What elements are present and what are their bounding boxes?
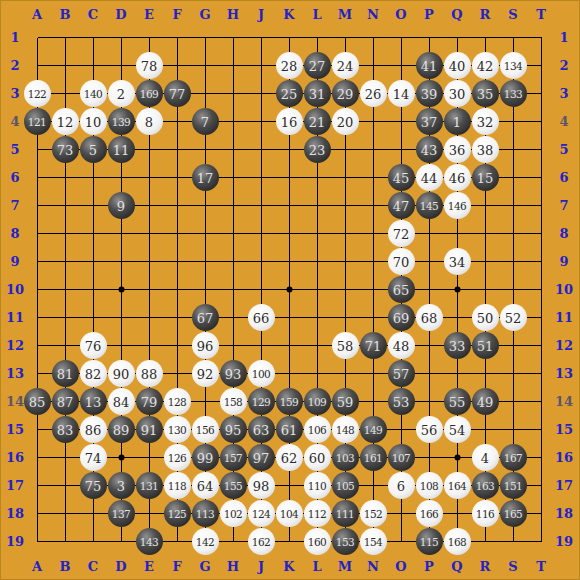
stone-white-M12: 58 — [332, 332, 359, 359]
move-number: 35 — [477, 87, 494, 100]
col-label-bottom-P: P — [415, 553, 443, 579]
stone-white-Q19: 168 — [444, 528, 471, 555]
move-number: 116 — [476, 508, 495, 519]
move-number: 25 — [281, 87, 298, 100]
stone-black-H13: 93 — [220, 360, 247, 387]
row-label-right-10: 10 — [550, 275, 578, 303]
move-number: 57 — [393, 367, 410, 380]
stone-black-K14: 159 — [276, 388, 303, 415]
stone-black-J14: 129 — [248, 388, 275, 415]
col-label-top-H: H — [219, 1, 247, 27]
stone-white-C13: 82 — [80, 360, 107, 387]
move-number: 58 — [337, 339, 354, 352]
stone-white-P15: 56 — [416, 416, 443, 443]
move-number: 133 — [504, 88, 523, 99]
move-number: 168 — [448, 536, 467, 547]
stone-black-D18: 137 — [108, 500, 135, 527]
stone-black-B14: 87 — [52, 388, 79, 415]
stone-white-S2: 134 — [500, 52, 527, 79]
stone-black-M19: 153 — [332, 528, 359, 555]
move-number: 30 — [449, 87, 466, 100]
stone-black-H16: 157 — [220, 444, 247, 471]
move-number: 39 — [421, 87, 438, 100]
col-label-bottom-K: K — [275, 553, 303, 579]
stone-white-K2: 28 — [276, 52, 303, 79]
stone-white-F17: 118 — [164, 472, 191, 499]
stone-black-Q14: 55 — [444, 388, 471, 415]
stone-white-Q15: 54 — [444, 416, 471, 443]
move-number: 46 — [449, 171, 466, 184]
col-label-bottom-F: F — [163, 553, 191, 579]
move-number: 84 — [113, 395, 130, 408]
col-label-bottom-J: J — [247, 553, 275, 579]
move-number: 71 — [365, 339, 382, 352]
move-number: 134 — [504, 60, 523, 71]
move-number: 121 — [28, 116, 47, 127]
move-number: 149 — [364, 424, 383, 435]
move-number: 106 — [308, 424, 327, 435]
row-label-right-16: 16 — [550, 443, 578, 471]
move-number: 54 — [449, 423, 466, 436]
stone-white-B4: 12 — [52, 108, 79, 135]
stone-white-D3: 2 — [108, 80, 135, 107]
stone-white-F16: 126 — [164, 444, 191, 471]
move-number: 107 — [392, 452, 411, 463]
stone-black-R14: 49 — [472, 388, 499, 415]
move-number: 64 — [197, 479, 214, 492]
col-label-top-O: O — [387, 1, 415, 27]
stone-black-E19: 143 — [136, 528, 163, 555]
move-number: 12 — [57, 115, 74, 128]
move-number: 165 — [504, 508, 523, 519]
stone-white-O3: 14 — [388, 80, 415, 107]
stone-black-Q4: 1 — [444, 108, 471, 135]
move-number: 81 — [57, 367, 74, 380]
move-number: 69 — [393, 311, 410, 324]
stone-black-D15: 89 — [108, 416, 135, 443]
move-number: 70 — [393, 255, 410, 268]
stone-black-B13: 81 — [52, 360, 79, 387]
stone-black-O6: 45 — [388, 164, 415, 191]
col-label-bottom-D: D — [107, 553, 135, 579]
stone-black-P5: 43 — [416, 136, 443, 163]
move-number: 74 — [85, 451, 102, 464]
stone-white-J19: 162 — [248, 528, 275, 555]
move-number: 129 — [252, 396, 271, 407]
stone-black-G18: 113 — [192, 500, 219, 527]
move-number: 28 — [281, 59, 298, 72]
stone-white-R2: 42 — [472, 52, 499, 79]
stone-white-Q7: 146 — [444, 192, 471, 219]
move-number: 137 — [112, 508, 131, 519]
stone-white-M2: 24 — [332, 52, 359, 79]
stone-white-J13: 100 — [248, 360, 275, 387]
stone-black-L14: 109 — [304, 388, 331, 415]
stone-black-M17: 105 — [332, 472, 359, 499]
move-number: 96 — [197, 339, 214, 352]
stone-black-B5: 73 — [52, 136, 79, 163]
col-label-bottom-L: L — [303, 553, 331, 579]
move-number: 48 — [393, 339, 410, 352]
move-number: 56 — [421, 423, 438, 436]
move-number: 97 — [253, 451, 270, 464]
stone-white-O12: 48 — [388, 332, 415, 359]
stone-white-R5: 38 — [472, 136, 499, 163]
move-number: 105 — [336, 480, 355, 491]
col-label-top-C: C — [79, 1, 107, 27]
stone-white-L19: 160 — [304, 528, 331, 555]
stone-black-M3: 29 — [332, 80, 359, 107]
stone-white-Q3: 30 — [444, 80, 471, 107]
stone-white-R4: 32 — [472, 108, 499, 135]
move-number: 34 — [449, 255, 466, 268]
stone-black-R3: 35 — [472, 80, 499, 107]
stone-black-P7: 145 — [416, 192, 443, 219]
col-label-top-J: J — [247, 1, 275, 27]
row-label-right-12: 12 — [550, 331, 578, 359]
stone-white-Q2: 40 — [444, 52, 471, 79]
col-label-bottom-N: N — [359, 553, 387, 579]
star-point-D16 — [119, 455, 125, 461]
move-number: 72 — [393, 227, 410, 240]
move-number: 139 — [112, 116, 131, 127]
stone-black-R6: 15 — [472, 164, 499, 191]
move-number: 85 — [29, 395, 46, 408]
move-number: 118 — [168, 480, 187, 491]
col-label-bottom-C: C — [79, 553, 107, 579]
stone-white-Q17: 164 — [444, 472, 471, 499]
stone-black-G6: 17 — [192, 164, 219, 191]
stone-black-O7: 47 — [388, 192, 415, 219]
move-number: 40 — [449, 59, 466, 72]
move-number: 143 — [140, 536, 159, 547]
move-number: 49 — [477, 395, 494, 408]
move-number: 20 — [337, 115, 354, 128]
row-label-left-17: 17 — [1, 471, 29, 499]
col-label-top-G: G — [191, 1, 219, 27]
col-label-top-P: P — [415, 1, 443, 27]
move-number: 26 — [365, 87, 382, 100]
stone-black-B15: 83 — [52, 416, 79, 443]
row-label-right-9: 9 — [550, 247, 578, 275]
row-label-left-10: 10 — [1, 275, 29, 303]
stone-black-N12: 71 — [360, 332, 387, 359]
stone-white-Q6: 46 — [444, 164, 471, 191]
move-number: 109 — [308, 396, 327, 407]
move-number: 61 — [281, 423, 298, 436]
move-number: 160 — [308, 536, 327, 547]
col-label-top-R: R — [471, 1, 499, 27]
stone-white-Q9: 34 — [444, 248, 471, 275]
move-number: 79 — [141, 395, 158, 408]
star-point-Q10 — [455, 287, 461, 293]
move-number: 90 — [113, 367, 130, 380]
move-number: 153 — [336, 536, 355, 547]
stone-black-L5: 23 — [304, 136, 331, 163]
stone-black-A4: 121 — [24, 108, 51, 135]
stone-black-L4: 21 — [304, 108, 331, 135]
move-number: 38 — [477, 143, 494, 156]
move-number: 166 — [420, 508, 439, 519]
move-number: 83 — [57, 423, 74, 436]
row-label-left-15: 15 — [1, 415, 29, 443]
stone-white-O17: 6 — [388, 472, 415, 499]
move-number: 9 — [117, 199, 125, 212]
move-number: 151 — [504, 480, 523, 491]
stone-white-G13: 92 — [192, 360, 219, 387]
stone-black-J15: 63 — [248, 416, 275, 443]
move-number: 128 — [168, 396, 187, 407]
move-number: 14 — [393, 87, 410, 100]
move-number: 55 — [449, 395, 466, 408]
move-number: 93 — [225, 367, 242, 380]
row-label-left-2: 2 — [1, 51, 29, 79]
col-label-top-M: M — [331, 1, 359, 27]
stone-black-K3: 25 — [276, 80, 303, 107]
move-number: 60 — [309, 451, 326, 464]
stone-black-P2: 41 — [416, 52, 443, 79]
row-label-right-18: 18 — [550, 499, 578, 527]
stone-white-G15: 156 — [192, 416, 219, 443]
stone-black-L3: 31 — [304, 80, 331, 107]
move-number: 131 — [140, 480, 159, 491]
star-point-K10 — [287, 287, 293, 293]
stone-white-K16: 62 — [276, 444, 303, 471]
stone-white-O8: 72 — [388, 220, 415, 247]
move-number: 126 — [168, 452, 187, 463]
move-number: 62 — [281, 451, 298, 464]
stone-black-C5: 5 — [80, 136, 107, 163]
stone-white-D13: 90 — [108, 360, 135, 387]
move-number: 124 — [252, 508, 271, 519]
row-label-left-7: 7 — [1, 191, 29, 219]
stone-white-J17: 98 — [248, 472, 275, 499]
move-number: 163 — [476, 480, 495, 491]
col-label-top-S: S — [499, 1, 527, 27]
stone-white-J11: 66 — [248, 304, 275, 331]
move-number: 112 — [308, 508, 327, 519]
stone-black-R17: 163 — [472, 472, 499, 499]
move-number: 78 — [141, 59, 158, 72]
move-number: 33 — [449, 339, 466, 352]
col-label-bottom-Q: Q — [443, 553, 471, 579]
row-label-left-5: 5 — [1, 135, 29, 163]
move-number: 1 — [453, 115, 461, 128]
row-label-right-14: 14 — [550, 387, 578, 415]
move-number: 125 — [168, 508, 187, 519]
stone-white-C3: 140 — [80, 80, 107, 107]
stone-black-D4: 139 — [108, 108, 135, 135]
col-label-top-Q: Q — [443, 1, 471, 27]
stone-black-L2: 27 — [304, 52, 331, 79]
stone-white-P11: 68 — [416, 304, 443, 331]
stone-black-H15: 95 — [220, 416, 247, 443]
move-number: 88 — [141, 367, 158, 380]
row-label-left-1: 1 — [1, 23, 29, 51]
stone-black-K15: 61 — [276, 416, 303, 443]
stone-white-D14: 84 — [108, 388, 135, 415]
row-label-right-7: 7 — [550, 191, 578, 219]
stone-black-E15: 91 — [136, 416, 163, 443]
move-number: 50 — [477, 311, 494, 324]
stone-white-L17: 110 — [304, 472, 331, 499]
move-number: 23 — [309, 143, 326, 156]
stone-white-O9: 70 — [388, 248, 415, 275]
row-label-right-2: 2 — [550, 51, 578, 79]
move-number: 167 — [504, 452, 523, 463]
move-number: 102 — [224, 508, 243, 519]
row-label-right-11: 11 — [550, 303, 578, 331]
row-label-left-12: 12 — [1, 331, 29, 359]
stone-white-R11: 50 — [472, 304, 499, 331]
move-number: 92 — [197, 367, 214, 380]
go-board: AABBCCDDEEFFGGHHJJKKLLMMNNOOPPQQRRSSTT11… — [0, 0, 580, 580]
move-number: 146 — [448, 200, 467, 211]
move-number: 162 — [252, 536, 271, 547]
move-number: 169 — [140, 88, 159, 99]
move-number: 99 — [197, 451, 214, 464]
stone-white-C12: 76 — [80, 332, 107, 359]
move-number: 156 — [196, 424, 215, 435]
stone-white-C15: 86 — [80, 416, 107, 443]
move-number: 51 — [477, 339, 494, 352]
stone-white-R16: 4 — [472, 444, 499, 471]
move-number: 154 — [364, 536, 383, 547]
move-number: 21 — [309, 115, 326, 128]
row-label-right-3: 3 — [550, 79, 578, 107]
stone-white-L15: 106 — [304, 416, 331, 443]
stone-black-C17: 75 — [80, 472, 107, 499]
stone-black-J16: 97 — [248, 444, 275, 471]
move-number: 91 — [141, 423, 158, 436]
stone-black-S18: 165 — [500, 500, 527, 527]
move-number: 42 — [477, 59, 494, 72]
row-label-left-16: 16 — [1, 443, 29, 471]
move-number: 24 — [337, 59, 354, 72]
stone-black-N15: 149 — [360, 416, 387, 443]
stone-black-S17: 151 — [500, 472, 527, 499]
move-number: 41 — [421, 59, 438, 72]
col-label-bottom-E: E — [135, 553, 163, 579]
row-label-left-11: 11 — [1, 303, 29, 331]
stone-white-P18: 166 — [416, 500, 443, 527]
move-number: 111 — [336, 508, 355, 519]
col-label-bottom-A: A — [23, 553, 51, 579]
move-number: 36 — [449, 143, 466, 156]
row-label-right-13: 13 — [550, 359, 578, 387]
move-number: 95 — [225, 423, 242, 436]
move-number: 59 — [337, 395, 354, 408]
stone-white-Q5: 36 — [444, 136, 471, 163]
stone-black-M18: 111 — [332, 500, 359, 527]
move-number: 66 — [253, 311, 270, 324]
move-number: 65 — [393, 283, 410, 296]
move-number: 44 — [421, 171, 438, 184]
move-number: 86 — [85, 423, 102, 436]
row-label-left-19: 19 — [1, 527, 29, 555]
move-number: 2 — [117, 87, 125, 100]
move-number: 113 — [196, 508, 215, 519]
row-label-right-1: 1 — [550, 23, 578, 51]
move-number: 5 — [89, 143, 97, 156]
row-label-left-8: 8 — [1, 219, 29, 247]
stone-black-C14: 13 — [80, 388, 107, 415]
move-number: 164 — [448, 480, 467, 491]
stone-white-C4: 10 — [80, 108, 107, 135]
move-number: 98 — [253, 479, 270, 492]
star-point-Q16 — [455, 455, 461, 461]
move-number: 108 — [420, 480, 439, 491]
stone-white-L16: 60 — [304, 444, 331, 471]
col-label-bottom-G: G — [191, 553, 219, 579]
col-label-bottom-R: R — [471, 553, 499, 579]
stone-black-M16: 103 — [332, 444, 359, 471]
row-label-right-4: 4 — [550, 107, 578, 135]
move-number: 68 — [421, 311, 438, 324]
move-number: 148 — [336, 424, 355, 435]
move-number: 32 — [477, 115, 494, 128]
stone-black-O13: 57 — [388, 360, 415, 387]
stone-black-G4: 7 — [192, 108, 219, 135]
stone-black-A14: 85 — [24, 388, 51, 415]
move-number: 7 — [201, 115, 209, 128]
col-label-bottom-M: M — [331, 553, 359, 579]
move-number: 27 — [309, 59, 326, 72]
stone-white-K18: 104 — [276, 500, 303, 527]
move-number: 115 — [420, 536, 439, 547]
stone-white-G19: 142 — [192, 528, 219, 555]
move-number: 37 — [421, 115, 438, 128]
move-number: 17 — [197, 171, 214, 184]
stone-black-E14: 79 — [136, 388, 163, 415]
row-label-right-5: 5 — [550, 135, 578, 163]
stone-white-F15: 130 — [164, 416, 191, 443]
move-number: 63 — [253, 423, 270, 436]
move-number: 45 — [393, 171, 410, 184]
stone-black-M14: 59 — [332, 388, 359, 415]
move-number: 67 — [197, 311, 214, 324]
move-number: 152 — [364, 508, 383, 519]
move-number: 10 — [85, 115, 102, 128]
stone-white-H14: 158 — [220, 388, 247, 415]
move-number: 76 — [85, 339, 102, 352]
stone-white-P17: 108 — [416, 472, 443, 499]
move-number: 103 — [336, 452, 355, 463]
move-number: 159 — [280, 396, 299, 407]
col-label-top-B: B — [51, 1, 79, 27]
row-label-right-19: 19 — [550, 527, 578, 555]
star-point-D10 — [119, 287, 125, 293]
row-label-right-6: 6 — [550, 163, 578, 191]
move-number: 52 — [505, 311, 522, 324]
col-label-top-F: F — [163, 1, 191, 27]
move-number: 158 — [224, 396, 243, 407]
stone-black-D17: 3 — [108, 472, 135, 499]
move-number: 104 — [280, 508, 299, 519]
stone-black-E17: 131 — [136, 472, 163, 499]
move-number: 161 — [364, 452, 383, 463]
stone-black-P3: 39 — [416, 80, 443, 107]
row-label-right-15: 15 — [550, 415, 578, 443]
col-label-top-K: K — [275, 1, 303, 27]
stone-white-A3: 122 — [24, 80, 51, 107]
move-number: 89 — [113, 423, 130, 436]
col-label-top-L: L — [303, 1, 331, 27]
stone-white-P6: 44 — [416, 164, 443, 191]
move-number: 155 — [224, 480, 243, 491]
row-label-left-18: 18 — [1, 499, 29, 527]
stone-white-R18: 116 — [472, 500, 499, 527]
